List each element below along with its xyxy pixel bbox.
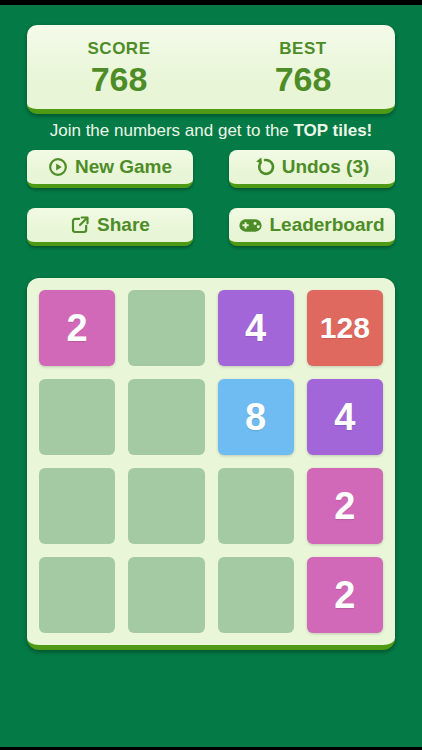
empty-cell	[128, 379, 204, 455]
score-value: 768	[91, 62, 148, 96]
empty-cell	[39, 379, 115, 455]
status-bar-top	[0, 0, 422, 5]
empty-cell	[218, 468, 294, 544]
new-game-button[interactable]: New Game	[27, 150, 193, 188]
empty-cell	[128, 557, 204, 633]
score-panel: SCORE 768 BEST 768	[27, 25, 395, 114]
tagline: Join the numbers and get to the TOP tile…	[0, 121, 422, 141]
play-circle-icon	[48, 157, 68, 177]
leaderboard-button[interactable]: Leaderboard	[229, 208, 395, 246]
leaderboard-label: Leaderboard	[269, 214, 384, 236]
tile-8: 8	[218, 379, 294, 455]
gamepad-icon	[239, 218, 262, 233]
score-label: SCORE	[88, 39, 151, 59]
undos-button[interactable]: Undos (3)	[229, 150, 395, 188]
tile-128: 128	[307, 290, 383, 366]
tagline-text: Join the numbers and get to the	[50, 121, 294, 140]
new-game-label: New Game	[75, 156, 172, 178]
empty-cell	[39, 557, 115, 633]
undos-label: Undos (3)	[282, 156, 370, 178]
tagline-bold-text: TOP tiles!	[294, 121, 373, 140]
tile-2: 2	[307, 557, 383, 633]
board-grid[interactable]: 241288422	[27, 278, 395, 650]
empty-cell	[128, 290, 204, 366]
tile-2: 2	[39, 290, 115, 366]
tile-4: 4	[218, 290, 294, 366]
score-block: SCORE 768	[27, 25, 211, 109]
best-block: BEST 768	[211, 25, 395, 109]
share-icon	[70, 215, 90, 235]
share-label: Share	[97, 214, 150, 236]
empty-cell	[218, 557, 294, 633]
share-button[interactable]: Share	[27, 208, 193, 246]
best-value: 768	[275, 62, 332, 96]
tile-2: 2	[307, 468, 383, 544]
best-label: BEST	[279, 39, 326, 59]
empty-cell	[128, 468, 204, 544]
tile-4: 4	[307, 379, 383, 455]
empty-cell	[39, 468, 115, 544]
undo-icon	[255, 157, 275, 177]
